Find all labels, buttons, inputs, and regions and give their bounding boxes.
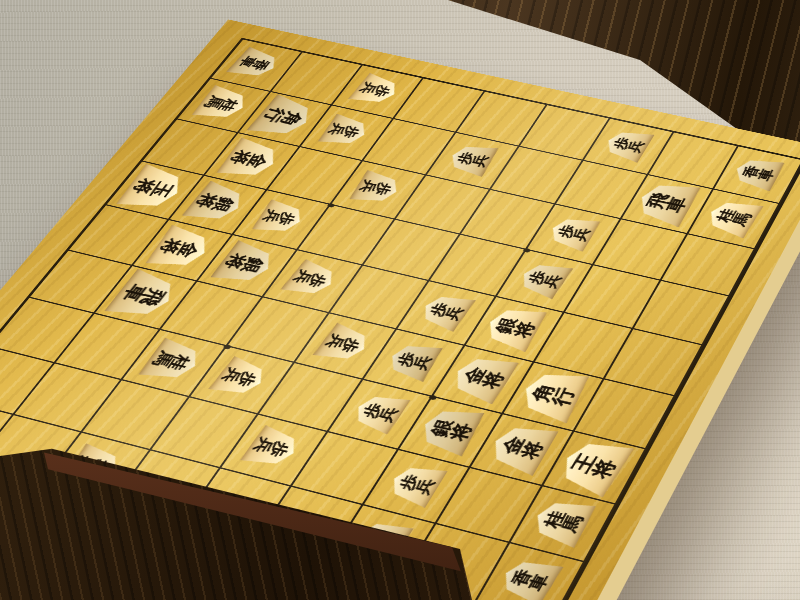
piece-kanji: 玉将 [130,177,175,199]
piece-kanji: 香車 [742,165,777,182]
piece-kanji: 銀将 [428,418,474,443]
piece-kanji: 桂馬 [203,95,240,112]
piece-kanji: 角行 [260,106,304,127]
piece-kanji: 歩兵 [323,333,362,354]
piece-kanji: 金将 [499,435,546,461]
piece-kanji: 銀将 [493,316,538,339]
piece-kanji: 歩兵 [526,270,563,290]
piece-kanji: 桂馬 [542,510,585,534]
piece-kanji: 香車 [236,55,271,72]
piece-kanji: 歩兵 [357,81,392,98]
piece-kanji: 歩兵 [361,402,401,424]
piece-kanji: 角行 [530,382,578,408]
piece-kanji: 銀将 [222,252,267,275]
piece-kanji: 歩兵 [612,136,647,153]
piece-kanji: 歩兵 [397,473,438,496]
piece-kanji: 歩兵 [395,351,433,371]
piece-kanji: 歩兵 [326,122,361,139]
shogi-photo-scene: 香車桂馬角行金将玉将銀将金将銀将飛車桂馬香車歩兵歩兵歩兵歩兵歩兵歩兵歩兵歩兵歩兵… [0,0,800,600]
piece-kanji: 金将 [158,237,202,259]
piece-kanji: 歩兵 [251,436,292,458]
piece-kanji: 歩兵 [456,151,491,168]
piece-kanji: 歩兵 [556,224,592,242]
piece-kanji: 飛車 [119,283,167,307]
piece-kanji: 桂馬 [715,208,753,228]
piece-kanji: 歩兵 [291,269,329,289]
piece-kanji: 飛車 [646,192,690,214]
piece-kanji: 金将 [461,365,507,390]
piece-kanji: 歩兵 [358,179,394,196]
piece-kanji: 香車 [510,568,552,593]
piece-kanji: 王将 [570,452,621,481]
piece-kanji: 桂馬 [151,350,193,372]
piece-kanji: 歩兵 [428,301,466,321]
piece-kanji: 銀将 [193,192,237,214]
piece-kanji: 歩兵 [261,209,297,227]
piece-kanji: 金将 [228,149,270,169]
piece-kanji: 歩兵 [219,367,259,388]
